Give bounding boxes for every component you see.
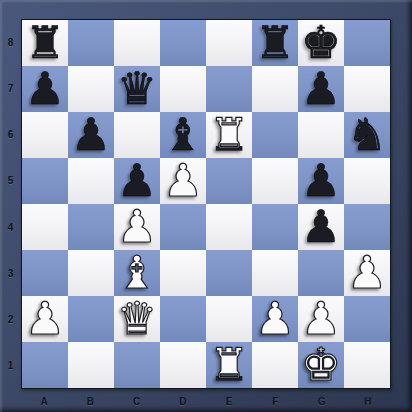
- square-c3[interactable]: ♝: [114, 250, 160, 296]
- square-g4[interactable]: ♟: [298, 204, 344, 250]
- rank-label-5: 5: [0, 158, 21, 204]
- square-f5[interactable]: [252, 158, 298, 204]
- white-bishop-icon: ♝: [117, 250, 157, 296]
- rank-labels: 87654321: [0, 19, 21, 389]
- chess-diagram: 87654321 ♜♜♚♟♛♟♟♝♜♞♟♟♟♟♟♝♟♟♛♟♟♜♚ ABCDEFG…: [0, 0, 412, 412]
- white-pawn-icon: ♟: [117, 204, 157, 250]
- square-f7[interactable]: [252, 66, 298, 112]
- rank-label-3: 3: [0, 250, 21, 296]
- square-g8[interactable]: ♚: [298, 20, 344, 66]
- square-b1[interactable]: [68, 342, 114, 388]
- square-c5[interactable]: ♟: [114, 158, 160, 204]
- file-labels: ABCDEFGH: [21, 390, 391, 412]
- square-e7[interactable]: [206, 66, 252, 112]
- square-c4[interactable]: ♟: [114, 204, 160, 250]
- file-label-c: C: [114, 390, 160, 412]
- square-d4[interactable]: [160, 204, 206, 250]
- black-pawn-icon: ♟: [71, 112, 111, 158]
- white-pawn-icon: ♟: [163, 158, 203, 204]
- square-a6[interactable]: [22, 112, 68, 158]
- square-a1[interactable]: [22, 342, 68, 388]
- square-h3[interactable]: ♟: [344, 250, 390, 296]
- white-pawn-icon: ♟: [301, 296, 341, 342]
- white-rook-icon: ♜: [209, 112, 249, 158]
- chess-board: ♜♜♚♟♛♟♟♝♜♞♟♟♟♟♟♝♟♟♛♟♟♜♚: [21, 19, 391, 389]
- black-king-icon: ♚: [301, 20, 341, 66]
- square-e1[interactable]: ♜: [206, 342, 252, 388]
- black-rook-icon: ♜: [25, 20, 65, 66]
- square-d3[interactable]: [160, 250, 206, 296]
- file-label-d: D: [160, 390, 206, 412]
- square-h4[interactable]: [344, 204, 390, 250]
- black-pawn-icon: ♟: [301, 66, 341, 112]
- square-e8[interactable]: [206, 20, 252, 66]
- black-rook-icon: ♜: [255, 20, 295, 66]
- file-label-g: G: [299, 390, 345, 412]
- black-pawn-icon: ♟: [301, 158, 341, 204]
- square-e2[interactable]: [206, 296, 252, 342]
- square-b6[interactable]: ♟: [68, 112, 114, 158]
- square-h6[interactable]: ♞: [344, 112, 390, 158]
- rank-label-6: 6: [0, 112, 21, 158]
- rank-label-8: 8: [0, 19, 21, 65]
- file-label-f: F: [252, 390, 298, 412]
- square-d5[interactable]: ♟: [160, 158, 206, 204]
- square-e6[interactable]: ♜: [206, 112, 252, 158]
- square-c7[interactable]: ♛: [114, 66, 160, 112]
- square-a2[interactable]: ♟: [22, 296, 68, 342]
- square-f8[interactable]: ♜: [252, 20, 298, 66]
- square-h8[interactable]: [344, 20, 390, 66]
- file-label-b: B: [67, 390, 113, 412]
- square-b8[interactable]: [68, 20, 114, 66]
- black-bishop-icon: ♝: [163, 112, 203, 158]
- square-c6[interactable]: [114, 112, 160, 158]
- square-g1[interactable]: ♚: [298, 342, 344, 388]
- square-e5[interactable]: [206, 158, 252, 204]
- square-h1[interactable]: [344, 342, 390, 388]
- file-label-a: A: [21, 390, 67, 412]
- square-c2[interactable]: ♛: [114, 296, 160, 342]
- square-g6[interactable]: [298, 112, 344, 158]
- white-rook-icon: ♜: [209, 342, 249, 388]
- square-g5[interactable]: ♟: [298, 158, 344, 204]
- black-pawn-icon: ♟: [117, 158, 157, 204]
- square-g7[interactable]: ♟: [298, 66, 344, 112]
- square-a3[interactable]: [22, 250, 68, 296]
- square-g3[interactable]: [298, 250, 344, 296]
- square-d1[interactable]: [160, 342, 206, 388]
- square-b5[interactable]: [68, 158, 114, 204]
- square-h5[interactable]: [344, 158, 390, 204]
- white-queen-icon: ♛: [117, 296, 157, 342]
- square-f1[interactable]: [252, 342, 298, 388]
- square-d6[interactable]: ♝: [160, 112, 206, 158]
- square-a8[interactable]: ♜: [22, 20, 68, 66]
- square-b4[interactable]: [68, 204, 114, 250]
- rank-label-2: 2: [0, 297, 21, 343]
- rank-label-1: 1: [0, 343, 21, 389]
- square-d8[interactable]: [160, 20, 206, 66]
- square-b7[interactable]: [68, 66, 114, 112]
- white-king-icon: ♚: [301, 342, 341, 388]
- square-f2[interactable]: ♟: [252, 296, 298, 342]
- square-a4[interactable]: [22, 204, 68, 250]
- square-b3[interactable]: [68, 250, 114, 296]
- rank-label-4: 4: [0, 204, 21, 250]
- square-d2[interactable]: [160, 296, 206, 342]
- square-a7[interactable]: ♟: [22, 66, 68, 112]
- black-knight-icon: ♞: [347, 112, 387, 158]
- square-h7[interactable]: [344, 66, 390, 112]
- black-pawn-icon: ♟: [25, 66, 65, 112]
- square-e4[interactable]: [206, 204, 252, 250]
- file-label-e: E: [206, 390, 252, 412]
- black-pawn-icon: ♟: [301, 204, 341, 250]
- square-c1[interactable]: [114, 342, 160, 388]
- square-f6[interactable]: [252, 112, 298, 158]
- square-h2[interactable]: [344, 296, 390, 342]
- white-pawn-icon: ♟: [347, 250, 387, 296]
- square-b2[interactable]: [68, 296, 114, 342]
- square-e3[interactable]: [206, 250, 252, 296]
- square-d7[interactable]: [160, 66, 206, 112]
- square-a5[interactable]: [22, 158, 68, 204]
- black-queen-icon: ♛: [117, 66, 157, 112]
- white-pawn-icon: ♟: [255, 296, 295, 342]
- square-c8[interactable]: [114, 20, 160, 66]
- square-g2[interactable]: ♟: [298, 296, 344, 342]
- square-f4[interactable]: [252, 204, 298, 250]
- file-label-h: H: [345, 390, 391, 412]
- rank-label-7: 7: [0, 65, 21, 111]
- square-f3[interactable]: [252, 250, 298, 296]
- white-pawn-icon: ♟: [25, 296, 65, 342]
